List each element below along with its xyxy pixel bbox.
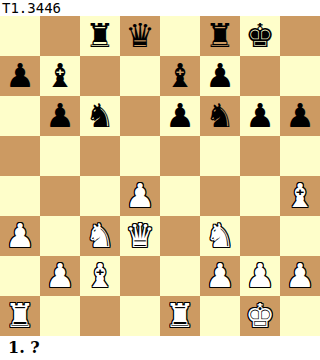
square-c1[interactable]	[80, 296, 120, 336]
square-f2[interactable]: ♟	[200, 256, 240, 296]
piece-black-bishop[interactable]: ♝	[40, 56, 80, 96]
square-d7[interactable]	[120, 56, 160, 96]
piece-white-knight[interactable]: ♞	[200, 216, 240, 256]
square-e6[interactable]: ♟	[160, 96, 200, 136]
piece-black-pawn[interactable]: ♟	[200, 56, 240, 96]
square-e3[interactable]	[160, 216, 200, 256]
square-f6[interactable]: ♞	[200, 96, 240, 136]
move-prompt: 1. ?	[0, 336, 320, 360]
square-b4[interactable]	[40, 176, 80, 216]
piece-black-pawn[interactable]: ♟	[40, 96, 80, 136]
piece-black-rook[interactable]: ♜	[200, 16, 240, 56]
piece-white-bishop[interactable]: ♝	[80, 256, 120, 296]
square-c6[interactable]: ♞	[80, 96, 120, 136]
square-c4[interactable]	[80, 176, 120, 216]
square-b6[interactable]: ♟	[40, 96, 80, 136]
piece-black-bishop[interactable]: ♝	[160, 56, 200, 96]
piece-black-rook[interactable]: ♜	[80, 16, 120, 56]
square-a5[interactable]	[0, 136, 40, 176]
piece-black-pawn[interactable]: ♟	[240, 96, 280, 136]
square-c5[interactable]	[80, 136, 120, 176]
chess-board: ♜♛♜♚♟♝♝♟♟♞♟♞♟♟♟♝♟♞♛♞♟♝♟♟♟♜♜♚	[0, 16, 320, 336]
square-a1[interactable]: ♜	[0, 296, 40, 336]
square-e1[interactable]: ♜	[160, 296, 200, 336]
square-f4[interactable]	[200, 176, 240, 216]
piece-white-queen[interactable]: ♛	[120, 216, 160, 256]
piece-white-pawn[interactable]: ♟	[240, 256, 280, 296]
square-f3[interactable]: ♞	[200, 216, 240, 256]
square-c7[interactable]	[80, 56, 120, 96]
square-a4[interactable]	[0, 176, 40, 216]
square-b8[interactable]	[40, 16, 80, 56]
piece-white-pawn[interactable]: ♟	[200, 256, 240, 296]
square-e5[interactable]	[160, 136, 200, 176]
square-h4[interactable]: ♝	[280, 176, 320, 216]
square-h6[interactable]: ♟	[280, 96, 320, 136]
square-c8[interactable]: ♜	[80, 16, 120, 56]
square-a8[interactable]	[0, 16, 40, 56]
square-a3[interactable]: ♟	[0, 216, 40, 256]
square-e7[interactable]: ♝	[160, 56, 200, 96]
square-e8[interactable]	[160, 16, 200, 56]
square-g8[interactable]: ♚	[240, 16, 280, 56]
square-h7[interactable]	[280, 56, 320, 96]
square-b3[interactable]	[40, 216, 80, 256]
piece-white-knight[interactable]: ♞	[80, 216, 120, 256]
square-f1[interactable]	[200, 296, 240, 336]
square-f5[interactable]	[200, 136, 240, 176]
square-f8[interactable]: ♜	[200, 16, 240, 56]
square-b7[interactable]: ♝	[40, 56, 80, 96]
piece-black-pawn[interactable]: ♟	[0, 56, 40, 96]
piece-white-rook[interactable]: ♜	[160, 296, 200, 336]
square-g6[interactable]: ♟	[240, 96, 280, 136]
square-g2[interactable]: ♟	[240, 256, 280, 296]
square-h3[interactable]	[280, 216, 320, 256]
piece-white-pawn[interactable]: ♟	[40, 256, 80, 296]
piece-white-pawn[interactable]: ♟	[120, 176, 160, 216]
square-d4[interactable]: ♟	[120, 176, 160, 216]
piece-white-king[interactable]: ♚	[240, 296, 280, 336]
square-a7[interactable]: ♟	[0, 56, 40, 96]
puzzle-title: T1.3446	[0, 0, 320, 16]
square-h5[interactable]	[280, 136, 320, 176]
piece-black-pawn[interactable]: ♟	[280, 96, 320, 136]
square-h1[interactable]	[280, 296, 320, 336]
piece-black-queen[interactable]: ♛	[120, 16, 160, 56]
square-d5[interactable]	[120, 136, 160, 176]
square-h2[interactable]: ♟	[280, 256, 320, 296]
square-a6[interactable]	[0, 96, 40, 136]
square-b2[interactable]: ♟	[40, 256, 80, 296]
square-e2[interactable]	[160, 256, 200, 296]
square-d8[interactable]: ♛	[120, 16, 160, 56]
square-d1[interactable]	[120, 296, 160, 336]
piece-white-pawn[interactable]: ♟	[0, 216, 40, 256]
square-b1[interactable]	[40, 296, 80, 336]
square-d6[interactable]	[120, 96, 160, 136]
piece-white-pawn[interactable]: ♟	[280, 256, 320, 296]
square-a2[interactable]	[0, 256, 40, 296]
square-c2[interactable]: ♝	[80, 256, 120, 296]
square-g3[interactable]	[240, 216, 280, 256]
square-e4[interactable]	[160, 176, 200, 216]
piece-black-pawn[interactable]: ♟	[160, 96, 200, 136]
square-d3[interactable]: ♛	[120, 216, 160, 256]
piece-black-king[interactable]: ♚	[240, 16, 280, 56]
piece-white-rook[interactable]: ♜	[0, 296, 40, 336]
square-g1[interactable]: ♚	[240, 296, 280, 336]
square-h8[interactable]	[280, 16, 320, 56]
piece-black-knight[interactable]: ♞	[200, 96, 240, 136]
square-g5[interactable]	[240, 136, 280, 176]
piece-white-bishop[interactable]: ♝	[280, 176, 320, 216]
square-d2[interactable]	[120, 256, 160, 296]
square-g7[interactable]	[240, 56, 280, 96]
piece-black-knight[interactable]: ♞	[80, 96, 120, 136]
square-b5[interactable]	[40, 136, 80, 176]
square-c3[interactable]: ♞	[80, 216, 120, 256]
square-g4[interactable]	[240, 176, 280, 216]
square-f7[interactable]: ♟	[200, 56, 240, 96]
